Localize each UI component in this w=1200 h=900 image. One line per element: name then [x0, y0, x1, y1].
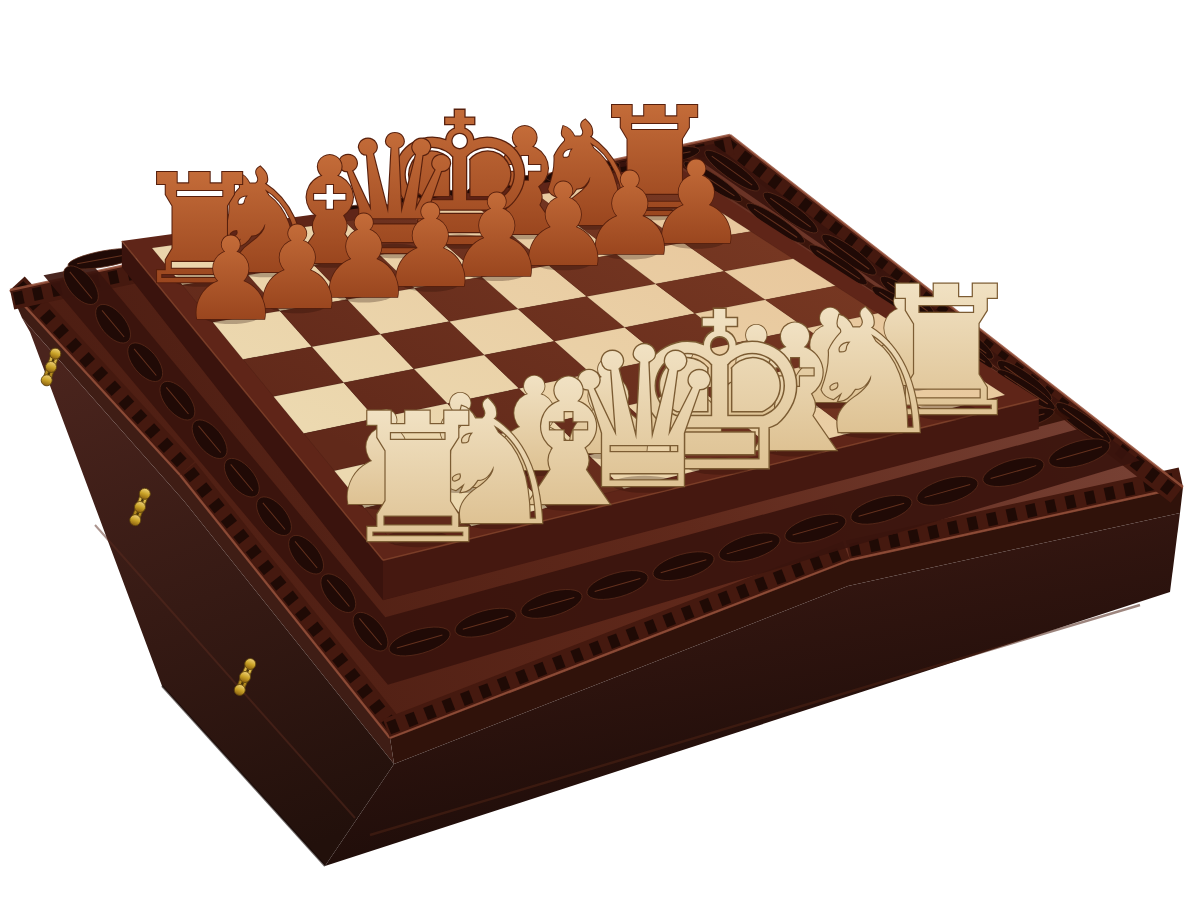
chess-set-photo: ♜♞♝♟♚♛♟♝♟♞♟♜♟♟♟♟♟♟♜♟♞♟♝♟♚♟♛♟♟♝♞♜	[0, 0, 1200, 900]
piece-white-rook[interactable]: ♜	[338, 375, 498, 583]
piece-red-pawn[interactable]: ♟	[179, 213, 282, 346]
